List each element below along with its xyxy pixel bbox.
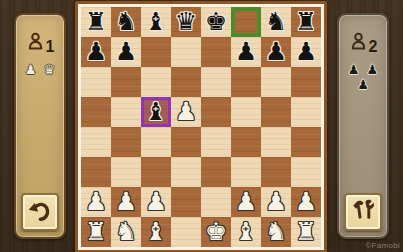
square-a2[interactable]: ♟ xyxy=(81,187,111,217)
player2-captured-tray: ♟♟♟ xyxy=(343,62,383,92)
piece-black-pawn-b7[interactable]: ♟ xyxy=(111,37,141,67)
square-h1[interactable]: ♜ xyxy=(291,217,321,247)
square-e2[interactable] xyxy=(201,187,231,217)
square-f2[interactable]: ♟ xyxy=(231,187,261,217)
square-b3[interactable] xyxy=(111,157,141,187)
square-b7[interactable]: ♟ xyxy=(111,37,141,67)
settings-button[interactable] xyxy=(344,193,382,231)
piece-black-pawn-g7[interactable]: ♟ xyxy=(261,37,291,67)
square-g6[interactable] xyxy=(261,67,291,97)
square-e5[interactable] xyxy=(201,97,231,127)
square-c4[interactable] xyxy=(141,127,171,157)
undo-icon xyxy=(27,198,53,227)
square-g1[interactable]: ♞ xyxy=(261,217,291,247)
square-h6[interactable] xyxy=(291,67,321,97)
piece-white-bishop-f1[interactable]: ♝ xyxy=(231,217,261,247)
square-e8[interactable]: ♚ xyxy=(201,7,231,37)
piece-black-pawn-a7[interactable]: ♟ xyxy=(81,37,111,67)
captured-black-pawn: ♟ xyxy=(348,62,360,77)
piece-black-bishop-c5[interactable]: ♝ xyxy=(141,97,171,127)
square-b1[interactable]: ♞ xyxy=(111,217,141,247)
square-b8[interactable]: ♞ xyxy=(111,7,141,37)
square-a7[interactable]: ♟ xyxy=(81,37,111,67)
piece-black-pawn-h7[interactable]: ♟ xyxy=(291,37,321,67)
square-a6[interactable] xyxy=(81,67,111,97)
piece-black-rook-a8[interactable]: ♜ xyxy=(81,7,111,37)
player-icon xyxy=(349,30,368,56)
square-d5[interactable]: ♟ xyxy=(171,97,201,127)
captured-black-pawn: ♟ xyxy=(357,77,369,92)
square-c6[interactable] xyxy=(141,67,171,97)
square-e6[interactable] xyxy=(201,67,231,97)
piece-white-pawn-c2[interactable]: ♟ xyxy=(141,187,171,217)
famobi-watermark: ©Famobi xyxy=(365,241,400,250)
square-d8[interactable]: ♛ xyxy=(171,7,201,37)
square-d6[interactable] xyxy=(171,67,201,97)
player2-header: 2 xyxy=(349,32,378,56)
player1-captured-tray: ♟♛ xyxy=(20,62,60,77)
square-f3[interactable] xyxy=(231,157,261,187)
square-a3[interactable] xyxy=(81,157,111,187)
square-c1[interactable]: ♝ xyxy=(141,217,171,247)
player1-header: 1 xyxy=(26,32,55,56)
piece-white-knight-b1[interactable]: ♞ xyxy=(111,217,141,247)
square-h7[interactable]: ♟ xyxy=(291,37,321,67)
game-window: 1 ♟♛ ♜♞♝♛♚♞♜♟♟♟♟♟♝♟♟♟♟♟♟♟♜♞♝♚♝♞♜ 2 xyxy=(0,0,403,252)
piece-white-king-e1[interactable]: ♚ xyxy=(201,217,231,247)
square-a5[interactable] xyxy=(81,97,111,127)
piece-black-rook-h8[interactable]: ♜ xyxy=(291,7,321,37)
piece-black-king-e8[interactable]: ♚ xyxy=(201,7,231,37)
piece-white-rook-a1[interactable]: ♜ xyxy=(81,217,111,247)
piece-black-pawn-f7[interactable]: ♟ xyxy=(231,37,261,67)
square-g2[interactable]: ♟ xyxy=(261,187,291,217)
square-c8[interactable]: ♝ xyxy=(141,7,171,37)
square-g8[interactable]: ♞ xyxy=(261,7,291,37)
square-f7[interactable]: ♟ xyxy=(231,37,261,67)
captured-white-pawn: ♟ xyxy=(25,62,37,77)
square-b2[interactable]: ♟ xyxy=(111,187,141,217)
board-frame: ♜♞♝♛♚♞♜♟♟♟♟♟♝♟♟♟♟♟♟♟♜♞♝♚♝♞♜ xyxy=(75,1,327,252)
piece-white-rook-h1[interactable]: ♜ xyxy=(291,217,321,247)
square-g4[interactable] xyxy=(261,127,291,157)
piece-white-pawn-b2[interactable]: ♟ xyxy=(111,187,141,217)
captured-white-queen: ♛ xyxy=(44,62,56,77)
square-h5[interactable] xyxy=(291,97,321,127)
square-c7[interactable] xyxy=(141,37,171,67)
square-e1[interactable]: ♚ xyxy=(201,217,231,247)
piece-black-bishop-c8[interactable]: ♝ xyxy=(141,7,171,37)
piece-white-pawn-g2[interactable]: ♟ xyxy=(261,187,291,217)
player-icon xyxy=(26,30,45,56)
square-f8[interactable] xyxy=(231,7,261,37)
square-g3[interactable] xyxy=(261,157,291,187)
player2-panel: 2 ♟♟♟ xyxy=(337,13,389,239)
square-f4[interactable] xyxy=(231,127,261,157)
square-c5[interactable]: ♝ xyxy=(141,97,171,127)
square-b5[interactable] xyxy=(111,97,141,127)
player2-number: 2 xyxy=(369,38,378,56)
square-a8[interactable]: ♜ xyxy=(81,7,111,37)
square-a1[interactable]: ♜ xyxy=(81,217,111,247)
piece-black-queen-d8[interactable]: ♛ xyxy=(171,7,201,37)
square-h2[interactable]: ♟ xyxy=(291,187,321,217)
square-h3[interactable] xyxy=(291,157,321,187)
square-f5[interactable] xyxy=(231,97,261,127)
piece-white-knight-g1[interactable]: ♞ xyxy=(261,217,291,247)
square-h8[interactable]: ♜ xyxy=(291,7,321,37)
square-g7[interactable]: ♟ xyxy=(261,37,291,67)
square-c3[interactable] xyxy=(141,157,171,187)
square-e3[interactable] xyxy=(201,157,231,187)
player1-panel: 1 ♟♛ xyxy=(14,13,66,239)
square-b4[interactable] xyxy=(111,127,141,157)
square-d7[interactable] xyxy=(171,37,201,67)
captured-black-pawn: ♟ xyxy=(367,62,379,77)
square-e4[interactable] xyxy=(201,127,231,157)
square-e7[interactable] xyxy=(201,37,231,67)
square-a4[interactable] xyxy=(81,127,111,157)
square-g5[interactable] xyxy=(261,97,291,127)
square-f1[interactable]: ♝ xyxy=(231,217,261,247)
undo-button[interactable] xyxy=(21,193,59,231)
square-h4[interactable] xyxy=(291,127,321,157)
square-c2[interactable]: ♟ xyxy=(141,187,171,217)
piece-white-pawn-d5[interactable]: ♟ xyxy=(171,97,201,127)
square-d4[interactable] xyxy=(171,127,201,157)
square-f6[interactable] xyxy=(231,67,261,97)
tools-icon xyxy=(351,198,376,226)
piece-white-pawn-h2[interactable]: ♟ xyxy=(291,187,321,217)
square-d2[interactable] xyxy=(171,187,201,217)
piece-black-knight-g8[interactable]: ♞ xyxy=(261,7,291,37)
chess-board: ♜♞♝♛♚♞♜♟♟♟♟♟♝♟♟♟♟♟♟♟♜♞♝♚♝♞♜ xyxy=(81,7,321,247)
piece-white-pawn-f2[interactable]: ♟ xyxy=(231,187,261,217)
square-d3[interactable] xyxy=(171,157,201,187)
square-d1[interactable] xyxy=(171,217,201,247)
piece-black-knight-b8[interactable]: ♞ xyxy=(111,7,141,37)
player1-number: 1 xyxy=(46,38,55,56)
square-b6[interactable] xyxy=(111,67,141,97)
piece-white-pawn-a2[interactable]: ♟ xyxy=(81,187,111,217)
piece-white-bishop-c1[interactable]: ♝ xyxy=(141,217,171,247)
